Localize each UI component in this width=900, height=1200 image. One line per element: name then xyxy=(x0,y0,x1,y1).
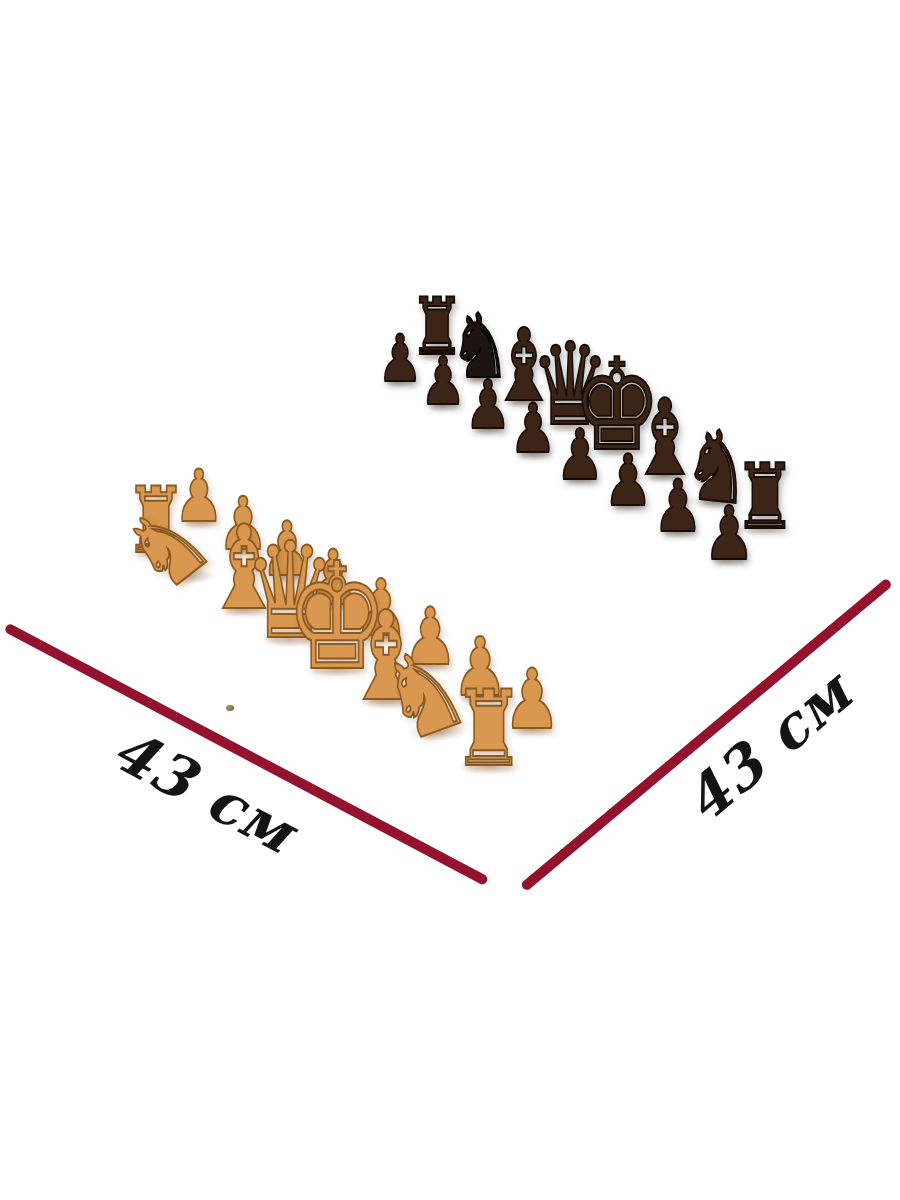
file-label-top-d: D xyxy=(587,394,613,411)
square-e3 xyxy=(379,572,467,633)
square-e1 xyxy=(292,637,383,702)
piece-white-p-e2: ♟ xyxy=(354,568,409,646)
piece-black-k-e8: ♚ xyxy=(572,342,661,469)
piece-shadow xyxy=(222,541,264,557)
piece-shadow xyxy=(382,374,419,388)
piece-black-r-h8: ♜ xyxy=(733,452,796,542)
square-e8 xyxy=(576,424,658,476)
rank-label-left-5: 5 xyxy=(275,407,299,423)
square-f5 xyxy=(509,537,596,596)
piece-shadow xyxy=(458,757,520,775)
file-label-bottom-c: C xyxy=(191,626,221,647)
square-h1 xyxy=(441,731,536,802)
file-label-bottom-f: F xyxy=(334,719,363,741)
file-label-top-a: A xyxy=(455,326,480,342)
rank-label-left-1: 1 xyxy=(107,520,133,538)
square-f8 xyxy=(623,449,706,503)
square-c1 xyxy=(199,579,287,640)
piece-shadow xyxy=(407,656,452,673)
piece-shadow xyxy=(708,551,750,567)
file-label-top-e: E xyxy=(634,418,660,435)
square-d8 xyxy=(530,400,611,451)
square-f4 xyxy=(469,568,557,629)
rank-label-left-8: 8 xyxy=(390,329,413,344)
square-e6 xyxy=(500,481,585,537)
square-g5 xyxy=(558,565,646,626)
file-label-top-f: F xyxy=(682,443,707,460)
rank-label-right-5: 5 xyxy=(685,639,711,659)
piece-shadow xyxy=(266,568,308,584)
piece-white-p-b2: ♟ xyxy=(217,486,268,559)
piece-shadow xyxy=(424,397,461,411)
piece-shadow xyxy=(216,600,272,617)
piece-black-n-b8: ♞ xyxy=(449,302,511,391)
square-e5 xyxy=(461,510,547,567)
file-label-bottom-a: A xyxy=(103,568,132,588)
square-a6 xyxy=(322,383,402,433)
rank-label-right-4: 4 xyxy=(646,674,673,695)
rank-label-left-3: 3 xyxy=(193,462,218,479)
piece-white-b-f1: ♝ xyxy=(343,595,429,718)
rank-label-right-6: 6 xyxy=(723,606,749,625)
piece-white-p-g2: ♟ xyxy=(452,627,509,708)
square-d3 xyxy=(332,544,419,603)
piece-shadow xyxy=(738,520,791,536)
piece-shadow xyxy=(592,443,642,458)
square-h2 xyxy=(485,695,579,763)
piece-shadow xyxy=(509,720,556,738)
square-d7 xyxy=(492,427,574,480)
fold-seam xyxy=(252,418,700,678)
square-a5 xyxy=(282,409,363,460)
piece-white-p-a2: ♟ xyxy=(174,460,224,532)
rank-label-left-6: 6 xyxy=(314,380,338,395)
piece-shadow xyxy=(514,446,553,461)
square-g7 xyxy=(635,503,721,560)
square-g6 xyxy=(597,534,684,593)
piece-white-r-a1: ♜ xyxy=(124,475,188,566)
piece-shadow xyxy=(162,568,217,584)
product-photo: AABBCCDDEEFFGGHH1122334455667788 ♜♞♝♛♚♝♞… xyxy=(0,0,900,1200)
square-a8 xyxy=(398,332,476,379)
square-b7 xyxy=(403,380,483,430)
piece-black-b-f8: ♝ xyxy=(628,386,701,491)
square-b8 xyxy=(441,354,520,403)
file-label-top-g: G xyxy=(730,467,758,486)
square-d5 xyxy=(414,484,499,540)
square-b4 xyxy=(284,462,368,516)
square-f1 xyxy=(340,667,432,734)
piece-shadow xyxy=(608,497,648,512)
piece-black-p-h7: ♟ xyxy=(703,496,755,570)
square-d1 xyxy=(245,607,335,670)
file-label-top-b: B xyxy=(498,348,524,364)
piece-shadow xyxy=(469,421,507,436)
pieces-layer: ♜♞♝♛♚♝♞♜♟♟♟♟♟♟♟♟♜♞♝♛♚♝♞♜♟♟♟♟♟♟♟♟ xyxy=(0,0,900,1200)
square-e7 xyxy=(539,452,622,506)
file-label-bottom-b: B xyxy=(146,597,176,618)
piece-black-n-g8: ♞ xyxy=(678,415,756,520)
square-g4 xyxy=(518,597,608,659)
square-a3 xyxy=(199,465,283,519)
square-c8 xyxy=(485,377,565,427)
piece-shadow xyxy=(414,348,460,362)
file-label-bottom-d: D xyxy=(237,656,267,678)
square-b5 xyxy=(325,434,407,487)
square-h3 xyxy=(528,660,620,726)
rank-label-left-2: 2 xyxy=(150,491,176,508)
square-h5 xyxy=(609,593,699,655)
square-g3 xyxy=(477,630,568,694)
piece-black-p-f7: ♟ xyxy=(603,444,653,515)
piece-black-b-c8: ♝ xyxy=(489,316,559,416)
square-a4 xyxy=(241,437,323,490)
square-a1 xyxy=(112,524,198,582)
piece-white-b-c1: ♝ xyxy=(203,510,284,626)
file-label-bottom-g: G xyxy=(383,751,415,776)
rank-label-right-1: 1 xyxy=(520,783,549,806)
piece-white-p-d2: ♟ xyxy=(307,540,360,616)
square-c4 xyxy=(328,487,413,543)
piece-white-r-h1: ♜ xyxy=(452,676,525,781)
piece-shadow xyxy=(308,660,366,677)
square-c6 xyxy=(409,430,491,483)
piece-black-p-g7: ♟ xyxy=(653,470,703,542)
rank-label-right-2: 2 xyxy=(563,746,591,768)
square-g1 xyxy=(390,699,484,768)
rank-label-right-7: 7 xyxy=(760,574,785,593)
square-d2 xyxy=(289,575,377,636)
square-f6 xyxy=(548,507,634,564)
piece-shadow xyxy=(545,418,594,432)
dimension-line-right xyxy=(520,578,893,892)
piece-shadow xyxy=(129,544,183,560)
piece-shadow xyxy=(560,471,600,486)
square-c2 xyxy=(243,547,330,606)
piece-shadow xyxy=(357,691,416,709)
piece-white-k-e1: ♚ xyxy=(286,543,389,691)
square-g2 xyxy=(434,664,526,730)
square-c7 xyxy=(447,403,528,454)
file-label-bottom-e: E xyxy=(285,687,315,709)
file-label-top-h: H xyxy=(781,493,808,512)
piece-black-r-a8: ♜ xyxy=(409,288,464,367)
rank-label-left-7: 7 xyxy=(353,354,377,369)
piece-white-p-h2: ♟ xyxy=(503,658,561,741)
piece-black-p-c7: ♟ xyxy=(464,372,511,439)
square-h4 xyxy=(569,626,660,690)
piece-shadow xyxy=(657,524,698,540)
hinge-screw-icon xyxy=(226,705,234,711)
square-b1 xyxy=(155,551,242,610)
piece-shadow xyxy=(639,468,690,483)
square-a2 xyxy=(156,494,241,550)
square-d4 xyxy=(374,513,460,570)
square-a7 xyxy=(360,357,439,406)
piece-white-q-d1: ♛ xyxy=(243,525,336,658)
file-label-top-c: C xyxy=(542,371,568,388)
square-h6 xyxy=(648,561,736,621)
square-b6 xyxy=(365,406,446,457)
square-e4 xyxy=(421,540,508,599)
square-e2 xyxy=(336,604,426,667)
file-label-bottom-h: H xyxy=(435,786,467,811)
piece-shadow xyxy=(457,371,504,385)
piece-shadow xyxy=(500,394,548,408)
square-c3 xyxy=(287,517,373,574)
piece-shadow xyxy=(312,597,355,613)
piece-shadow xyxy=(688,494,740,509)
rank-label-left-4: 4 xyxy=(235,434,260,450)
piece-shadow xyxy=(407,723,467,741)
piece-shadow xyxy=(457,687,503,704)
piece-black-q-d8: ♛ xyxy=(530,328,610,442)
piece-black-p-d7: ♟ xyxy=(509,395,557,463)
square-f2 xyxy=(384,633,475,697)
rank-label-right-3: 3 xyxy=(605,709,632,730)
square-d6 xyxy=(454,455,537,509)
piece-shadow xyxy=(359,626,403,643)
square-b2 xyxy=(199,520,285,578)
piece-white-p-c2: ♟ xyxy=(261,513,313,588)
piece-black-p-b7: ♟ xyxy=(420,348,466,414)
square-h7 xyxy=(686,530,773,589)
square-h8 xyxy=(722,500,808,557)
piece-shadow xyxy=(179,514,220,530)
rank-label-right-8: 8 xyxy=(796,542,821,560)
piece-black-p-a7: ♟ xyxy=(377,326,422,391)
piece-shadow xyxy=(261,630,318,647)
square-c5 xyxy=(369,458,452,512)
piece-black-p-e7: ♟ xyxy=(556,419,605,489)
piece-white-n-g1: ♞ xyxy=(366,628,480,762)
piece-white-n-b1: ♞ xyxy=(107,485,227,611)
square-f7 xyxy=(586,477,671,532)
square-f3 xyxy=(427,600,517,662)
square-b3 xyxy=(242,491,327,547)
square-g8 xyxy=(672,474,757,529)
piece-white-p-f2: ♟ xyxy=(402,598,457,677)
